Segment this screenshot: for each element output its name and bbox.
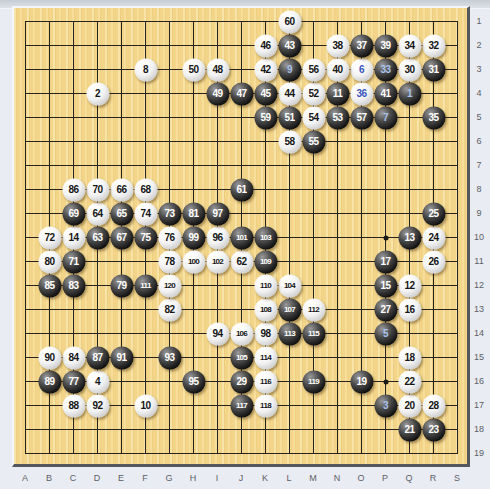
move-number: 98 — [260, 329, 270, 339]
grid-line-horizontal — [25, 453, 458, 454]
stone-black-43[interactable]: 43 — [278, 34, 301, 57]
stone-white-24[interactable]: 24 — [422, 226, 445, 249]
move-number: 37 — [356, 41, 366, 51]
stone-black-103[interactable]: 103 — [254, 226, 277, 249]
stone-black-21[interactable]: 21 — [398, 418, 421, 441]
move-number: 64 — [92, 209, 102, 219]
move-number: 86 — [68, 185, 78, 195]
column-label-G: G — [165, 474, 172, 483]
star-point — [383, 379, 388, 384]
move-number: 41 — [380, 89, 390, 99]
stone-black-75[interactable]: 75 — [134, 226, 157, 249]
column-label-M: M — [309, 474, 317, 483]
move-number: 51 — [284, 113, 294, 123]
stone-black-37[interactable]: 37 — [350, 34, 373, 57]
move-number: 24 — [428, 233, 438, 243]
stone-black-107[interactable]: 107 — [278, 298, 301, 321]
move-number: 44 — [284, 89, 294, 99]
move-number: 26 — [428, 257, 438, 267]
stone-black-115[interactable]: 115 — [302, 322, 325, 345]
column-label-S: S — [454, 474, 460, 483]
go-game-viewer: 1234567891011121314151617181920212223242… — [0, 0, 490, 489]
row-label-14: 14 — [474, 329, 484, 338]
stone-black-27[interactable]: 27 — [374, 298, 397, 321]
stone-white-94[interactable]: 94 — [206, 322, 229, 345]
move-number: 85 — [44, 281, 54, 291]
stone-black-51[interactable]: 51 — [278, 106, 301, 129]
stone-black-57[interactable]: 57 — [350, 106, 373, 129]
row-label-6: 6 — [476, 137, 481, 146]
stone-white-62[interactable]: 62 — [230, 250, 253, 273]
stone-black-53[interactable]: 53 — [326, 106, 349, 129]
move-number: 57 — [356, 113, 366, 123]
stone-white-12[interactable]: 12 — [398, 274, 421, 297]
stone-black-93[interactable]: 93 — [158, 346, 181, 369]
stone-black-63[interactable]: 63 — [86, 226, 109, 249]
move-number: 7 — [383, 113, 388, 123]
row-label-16: 16 — [474, 377, 484, 386]
move-number: 110 — [260, 281, 271, 291]
stone-white-14[interactable]: 14 — [62, 226, 85, 249]
move-number: 33 — [380, 65, 390, 75]
move-number: 81 — [188, 209, 198, 219]
stone-white-78[interactable]: 78 — [158, 250, 181, 273]
stone-black-3[interactable]: 3 — [374, 394, 397, 417]
stone-white-10[interactable]: 10 — [134, 394, 157, 417]
row-label-9: 9 — [476, 209, 481, 218]
move-number: 15 — [380, 281, 390, 291]
move-number: 69 — [68, 209, 78, 219]
stone-black-95[interactable]: 95 — [182, 370, 205, 393]
move-number: 59 — [260, 113, 270, 123]
row-label-3: 3 — [476, 65, 481, 74]
stone-white-40[interactable]: 40 — [326, 58, 349, 81]
stone-white-18[interactable]: 18 — [398, 346, 421, 369]
stone-black-29[interactable]: 29 — [230, 370, 253, 393]
move-number: 68 — [140, 185, 150, 195]
move-number: 118 — [260, 401, 271, 411]
column-label-K: K — [262, 474, 268, 483]
row-label-2: 2 — [476, 41, 481, 50]
move-number: 96 — [212, 233, 222, 243]
move-number: 115 — [308, 329, 319, 339]
move-number: 55 — [308, 137, 318, 147]
move-number: 16 — [404, 305, 414, 315]
stone-white-32[interactable]: 32 — [422, 34, 445, 57]
move-number: 34 — [404, 41, 414, 51]
stone-black-99[interactable]: 99 — [182, 226, 205, 249]
move-number: 22 — [404, 377, 414, 387]
stone-white-42[interactable]: 42 — [254, 58, 277, 81]
move-number: 103 — [260, 233, 271, 243]
column-label-Q: Q — [405, 474, 412, 483]
move-number: 19 — [356, 377, 366, 387]
move-number: 91 — [116, 353, 126, 363]
move-number: 21 — [404, 425, 414, 435]
grid-line-horizontal — [25, 429, 458, 430]
move-number: 14 — [68, 233, 78, 243]
move-number: 89 — [44, 377, 54, 387]
move-number: 106 — [236, 329, 247, 339]
stone-black-79[interactable]: 79 — [110, 274, 133, 297]
move-number: 20 — [404, 401, 414, 411]
move-number: 23 — [428, 425, 438, 435]
move-number: 77 — [68, 377, 78, 387]
move-number: 13 — [404, 233, 414, 243]
column-label-I: I — [216, 474, 219, 483]
move-number: 18 — [404, 353, 414, 363]
move-number: 39 — [380, 41, 390, 51]
move-number: 32 — [428, 41, 438, 51]
stone-black-9[interactable]: 9 — [278, 58, 301, 81]
stone-white-16[interactable]: 16 — [398, 298, 421, 321]
stone-white-84[interactable]: 84 — [62, 346, 85, 369]
move-number: 88 — [68, 401, 78, 411]
stone-white-96[interactable]: 96 — [206, 226, 229, 249]
move-number: 72 — [44, 233, 54, 243]
stone-black-109[interactable]: 109 — [254, 250, 277, 273]
move-number: 100 — [188, 257, 199, 267]
move-number: 38 — [332, 41, 342, 51]
move-number: 113 — [284, 329, 295, 339]
grid-line-vertical — [457, 21, 458, 454]
column-label-P: P — [382, 474, 388, 483]
move-number: 71 — [68, 257, 78, 267]
stone-white-46[interactable]: 46 — [254, 34, 277, 57]
stone-black-61[interactable]: 61 — [230, 178, 253, 201]
stone-black-97[interactable]: 97 — [206, 202, 229, 225]
move-number: 9 — [287, 65, 292, 75]
stone-black-117[interactable]: 117 — [230, 394, 253, 417]
stone-black-59[interactable]: 59 — [254, 106, 277, 129]
move-number: 120 — [164, 281, 175, 291]
row-label-11: 11 — [474, 257, 483, 266]
stone-black-87[interactable]: 87 — [86, 346, 109, 369]
stone-white-74[interactable]: 74 — [134, 202, 157, 225]
column-label-E: E — [118, 474, 124, 483]
move-number: 50 — [188, 65, 198, 75]
move-number: 60 — [284, 17, 294, 27]
stone-black-89[interactable]: 89 — [38, 370, 61, 393]
move-number: 102 — [212, 257, 223, 267]
stone-black-101[interactable]: 101 — [230, 226, 253, 249]
move-number: 90 — [44, 353, 54, 363]
move-number: 109 — [260, 257, 271, 267]
stone-white-112[interactable]: 112 — [302, 298, 325, 321]
stone-white-68[interactable]: 68 — [134, 178, 157, 201]
stone-white-92[interactable]: 92 — [86, 394, 109, 417]
stone-white-52[interactable]: 52 — [302, 82, 325, 105]
stone-black-7[interactable]: 7 — [374, 106, 397, 129]
move-number: 27 — [380, 305, 390, 315]
row-label-13: 13 — [474, 305, 484, 314]
move-number: 70 — [92, 185, 102, 195]
row-label-5: 5 — [476, 113, 481, 122]
move-number: 1 — [407, 89, 412, 99]
stone-white-48[interactable]: 48 — [206, 58, 229, 81]
stone-black-31[interactable]: 31 — [422, 58, 445, 81]
move-number: 75 — [140, 233, 150, 243]
stone-white-114[interactable]: 114 — [254, 346, 277, 369]
stone-black-35[interactable]: 35 — [422, 106, 445, 129]
stone-white-26[interactable]: 26 — [422, 250, 445, 273]
move-number: 74 — [140, 209, 150, 219]
stone-white-82[interactable]: 82 — [158, 298, 181, 321]
stone-black-105[interactable]: 105 — [230, 346, 253, 369]
move-number: 35 — [428, 113, 438, 123]
move-number: 52 — [308, 89, 318, 99]
column-label-B: B — [46, 474, 52, 483]
row-label-1: 1 — [476, 17, 481, 26]
move-number: 3 — [383, 401, 388, 411]
move-number: 11 — [333, 89, 343, 99]
stone-black-119[interactable]: 119 — [302, 370, 325, 393]
move-number: 2 — [95, 89, 100, 99]
stone-black-33[interactable]: 33 — [374, 58, 397, 81]
stone-white-38[interactable]: 38 — [326, 34, 349, 57]
stone-white-28[interactable]: 28 — [422, 394, 445, 417]
move-number: 65 — [116, 209, 126, 219]
stone-black-69[interactable]: 69 — [62, 202, 85, 225]
row-label-17: 17 — [474, 401, 484, 410]
stone-black-55[interactable]: 55 — [302, 130, 325, 153]
move-number: 30 — [404, 65, 414, 75]
move-number: 108 — [260, 305, 271, 315]
move-number: 56 — [308, 65, 318, 75]
column-label-L: L — [286, 474, 291, 483]
move-number: 25 — [428, 209, 438, 219]
stone-white-90[interactable]: 90 — [38, 346, 61, 369]
move-number: 29 — [236, 377, 246, 387]
stone-black-71[interactable]: 71 — [62, 250, 85, 273]
stone-white-86[interactable]: 86 — [62, 178, 85, 201]
move-number: 5 — [383, 329, 388, 339]
stone-white-44[interactable]: 44 — [278, 82, 301, 105]
stone-white-118[interactable]: 118 — [254, 394, 277, 417]
move-number: 105 — [236, 353, 247, 363]
move-number: 114 — [260, 353, 271, 363]
move-number: 48 — [212, 65, 222, 75]
move-number: 112 — [308, 305, 319, 315]
stone-black-113[interactable]: 113 — [278, 322, 301, 345]
stone-white-102[interactable]: 102 — [206, 250, 229, 273]
stone-white-110[interactable]: 110 — [254, 274, 277, 297]
stone-white-30[interactable]: 30 — [398, 58, 421, 81]
move-number: 116 — [260, 377, 271, 387]
move-number: 97 — [212, 209, 222, 219]
stone-white-70[interactable]: 70 — [86, 178, 109, 201]
move-number: 66 — [116, 185, 126, 195]
stone-black-5[interactable]: 5 — [374, 322, 397, 345]
stone-white-36[interactable]: 36 — [350, 82, 373, 105]
stone-white-64[interactable]: 64 — [86, 202, 109, 225]
move-number: 8 — [143, 65, 148, 75]
column-label-O: O — [357, 474, 364, 483]
stone-black-47[interactable]: 47 — [230, 82, 253, 105]
move-number: 46 — [260, 41, 270, 51]
stone-white-104[interactable]: 104 — [278, 274, 301, 297]
stone-white-20[interactable]: 20 — [398, 394, 421, 417]
stone-white-56[interactable]: 56 — [302, 58, 325, 81]
stone-black-111[interactable]: 111 — [134, 274, 157, 297]
move-number: 80 — [44, 257, 54, 267]
stone-white-8[interactable]: 8 — [134, 58, 157, 81]
row-label-10: 10 — [474, 233, 484, 242]
move-number: 12 — [404, 281, 414, 291]
column-label-F: F — [142, 474, 148, 483]
stone-white-60[interactable]: 60 — [278, 10, 301, 33]
stone-black-25[interactable]: 25 — [422, 202, 445, 225]
move-number: 6 — [359, 65, 364, 75]
move-number: 42 — [260, 65, 270, 75]
move-number: 63 — [92, 233, 102, 243]
stone-black-23[interactable]: 23 — [422, 418, 445, 441]
move-number: 78 — [164, 257, 174, 267]
move-number: 83 — [68, 281, 78, 291]
move-number: 40 — [332, 65, 342, 75]
move-number: 53 — [332, 113, 342, 123]
move-number: 47 — [236, 89, 246, 99]
row-label-18: 18 — [474, 425, 484, 434]
move-number: 93 — [164, 353, 174, 363]
stone-black-83[interactable]: 83 — [62, 274, 85, 297]
move-number: 28 — [428, 401, 438, 411]
move-number: 104 — [284, 281, 295, 291]
stone-black-17[interactable]: 17 — [374, 250, 397, 273]
move-number: 101 — [236, 233, 247, 243]
row-label-15: 15 — [474, 353, 484, 362]
move-number: 61 — [236, 185, 246, 195]
move-number: 82 — [164, 305, 174, 315]
stone-black-77[interactable]: 77 — [62, 370, 85, 393]
stone-white-6[interactable]: 6 — [350, 58, 373, 81]
stone-black-73[interactable]: 73 — [158, 202, 181, 225]
move-number: 92 — [92, 401, 102, 411]
stone-black-45[interactable]: 45 — [254, 82, 277, 105]
move-number: 95 — [188, 377, 198, 387]
move-number: 117 — [236, 401, 247, 411]
row-label-7: 7 — [476, 161, 481, 170]
move-number: 31 — [428, 65, 438, 75]
stone-black-81[interactable]: 81 — [182, 202, 205, 225]
stone-white-88[interactable]: 88 — [62, 394, 85, 417]
move-number: 10 — [140, 401, 150, 411]
stone-black-41[interactable]: 41 — [374, 82, 397, 105]
star-point — [383, 235, 388, 240]
move-number: 43 — [284, 41, 294, 51]
move-number: 67 — [116, 233, 126, 243]
move-number: 79 — [116, 281, 126, 291]
stone-white-58[interactable]: 58 — [278, 130, 301, 153]
stone-white-98[interactable]: 98 — [254, 322, 277, 345]
stone-white-54[interactable]: 54 — [302, 106, 325, 129]
stone-white-22[interactable]: 22 — [398, 370, 421, 393]
stone-white-2[interactable]: 2 — [86, 82, 109, 105]
stone-white-4[interactable]: 4 — [86, 370, 109, 393]
stone-white-120[interactable]: 120 — [158, 274, 181, 297]
stone-white-72[interactable]: 72 — [38, 226, 61, 249]
column-label-J: J — [239, 474, 244, 483]
move-number: 58 — [284, 137, 294, 147]
stone-white-100[interactable]: 100 — [182, 250, 205, 273]
stone-white-80[interactable]: 80 — [38, 250, 61, 273]
row-label-12: 12 — [474, 281, 484, 290]
move-number: 87 — [92, 353, 102, 363]
column-label-C: C — [70, 474, 77, 483]
stone-white-108[interactable]: 108 — [254, 298, 277, 321]
stone-black-49[interactable]: 49 — [206, 82, 229, 105]
stone-black-67[interactable]: 67 — [110, 226, 133, 249]
stone-black-1[interactable]: 1 — [398, 82, 421, 105]
move-number: 111 — [140, 281, 150, 291]
column-label-D: D — [94, 474, 101, 483]
stone-white-106[interactable]: 106 — [230, 322, 253, 345]
move-number: 73 — [164, 209, 174, 219]
stone-white-34[interactable]: 34 — [398, 34, 421, 57]
column-label-R: R — [430, 474, 437, 483]
column-label-N: N — [334, 474, 341, 483]
stone-black-15[interactable]: 15 — [374, 274, 397, 297]
stone-black-91[interactable]: 91 — [110, 346, 133, 369]
move-number: 62 — [236, 257, 246, 267]
stone-white-50[interactable]: 50 — [182, 58, 205, 81]
stone-black-19[interactable]: 19 — [350, 370, 373, 393]
move-number: 36 — [356, 89, 366, 99]
stone-white-66[interactable]: 66 — [110, 178, 133, 201]
row-label-8: 8 — [476, 185, 481, 194]
move-number: 99 — [188, 233, 198, 243]
stone-white-116[interactable]: 116 — [254, 370, 277, 393]
move-number: 49 — [212, 89, 222, 99]
column-label-A: A — [22, 474, 28, 483]
stone-white-76[interactable]: 76 — [158, 226, 181, 249]
move-number: 94 — [212, 329, 222, 339]
go-board[interactable]: 1234567891011121314151617181920212223242… — [12, 6, 470, 467]
move-number: 107 — [284, 305, 295, 315]
move-number: 45 — [260, 89, 270, 99]
column-label-H: H — [190, 474, 197, 483]
move-number: 17 — [380, 257, 390, 267]
stone-black-11[interactable]: 11 — [326, 82, 349, 105]
row-label-4: 4 — [476, 89, 481, 98]
stone-black-39[interactable]: 39 — [374, 34, 397, 57]
stone-black-65[interactable]: 65 — [110, 202, 133, 225]
move-number: 4 — [95, 377, 100, 387]
move-number: 54 — [308, 113, 318, 123]
stone-black-13[interactable]: 13 — [398, 226, 421, 249]
move-number: 119 — [308, 377, 319, 387]
row-label-19: 19 — [474, 449, 484, 458]
stone-black-85[interactable]: 85 — [38, 274, 61, 297]
move-number: 84 — [68, 353, 78, 363]
move-number: 76 — [164, 233, 174, 243]
